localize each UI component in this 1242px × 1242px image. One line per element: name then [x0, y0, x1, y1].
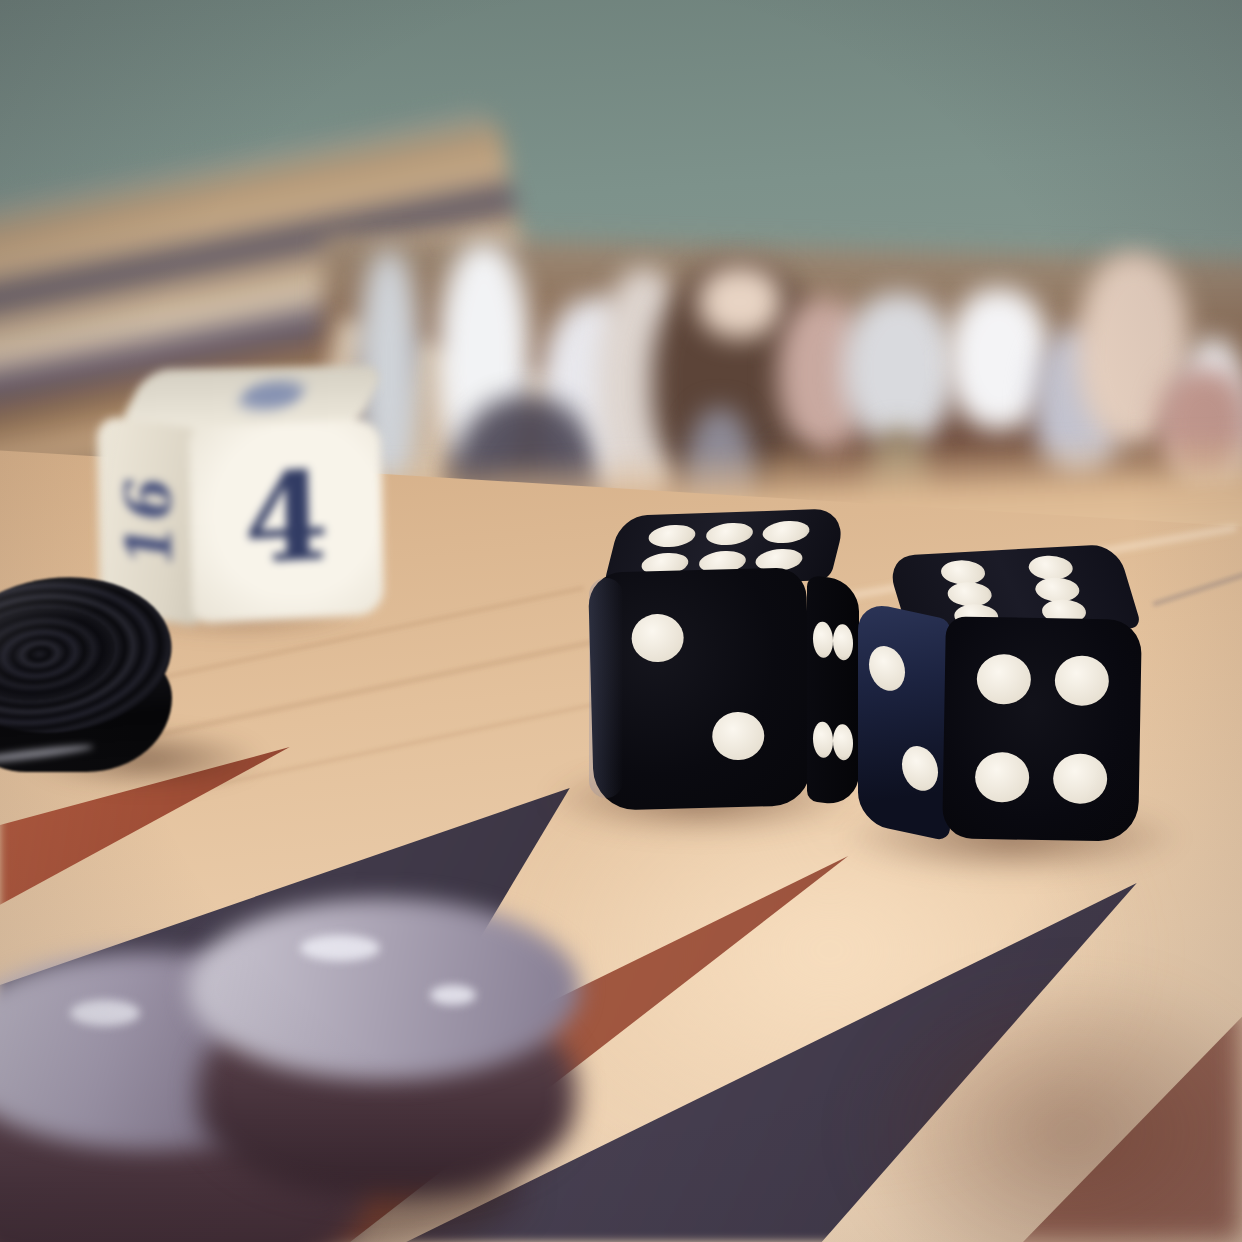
black-checker[interactable]: [0, 582, 180, 782]
doubling-cube-top-numeral-blur: [234, 380, 310, 409]
checker-stack-bokeh: [698, 266, 782, 338]
right-die[interactable]: [858, 548, 1163, 843]
die-pip: [833, 723, 853, 761]
checker-stack-bokeh: [843, 293, 955, 445]
die-pip: [631, 613, 684, 662]
right-die-front-face: [942, 616, 1142, 841]
silver-checker-2[interactable]: [188, 898, 580, 1080]
die-pip: [646, 524, 698, 548]
die-pip: [902, 743, 938, 795]
die-pip: [1055, 655, 1110, 706]
die-pip: [976, 654, 1031, 705]
die-pip: [760, 521, 812, 545]
die-pip: [813, 720, 833, 758]
die-pip: [1053, 753, 1108, 804]
checker-glint: [70, 1000, 140, 1026]
die-pip: [712, 711, 765, 760]
die-pip: [703, 523, 755, 547]
backgammon-photo: 16 4: [0, 0, 1242, 1242]
die-pip: [833, 623, 853, 661]
left-die-edge-highlight: [589, 578, 623, 798]
left-die[interactable]: [585, 512, 863, 812]
doubling-cube-front-numeral: 4: [243, 443, 330, 591]
right-die-left-face: [858, 600, 950, 842]
checker-glint: [300, 935, 380, 961]
die-pip: [975, 752, 1030, 803]
doubling-cube-side-numeral: 16: [111, 469, 186, 572]
checker-glint: [430, 985, 476, 1005]
doubling-cube-front-face: 4: [189, 418, 384, 624]
left-die-right-face: [807, 575, 859, 807]
die-pip: [813, 621, 833, 659]
die-pip: [869, 643, 905, 695]
